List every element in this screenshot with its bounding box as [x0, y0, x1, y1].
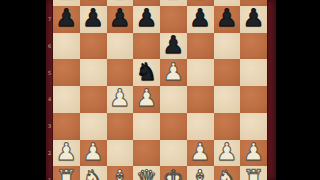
square-e4[interactable]	[160, 86, 187, 113]
piece-white-bishop[interactable]: ♝	[109, 167, 131, 180]
square-h5[interactable]	[240, 59, 267, 86]
square-b2[interactable]: ♟	[80, 140, 107, 167]
piece-white-bishop[interactable]: ♝	[189, 167, 211, 180]
rank-label-4: 4	[46, 95, 53, 103]
square-f6[interactable]	[187, 33, 214, 60]
square-e5[interactable]: ♟	[160, 59, 187, 86]
square-c7[interactable]: ♟	[107, 6, 134, 33]
square-c5[interactable]	[107, 59, 134, 86]
piece-black-knight[interactable]: ♞	[136, 60, 158, 84]
square-g6[interactable]	[214, 33, 241, 60]
square-f7[interactable]: ♟	[187, 6, 214, 33]
square-e2[interactable]	[160, 140, 187, 167]
rank-label-5: 5	[46, 69, 53, 77]
square-d7[interactable]: ♟	[133, 6, 160, 33]
piece-white-pawn[interactable]: ♟	[189, 140, 211, 164]
rank-label-2: 2	[46, 149, 53, 157]
piece-white-pawn[interactable]: ♟	[216, 140, 238, 164]
square-b4[interactable]	[80, 86, 107, 113]
piece-black-rook[interactable]: ♜	[243, 0, 265, 3]
square-f4[interactable]	[187, 86, 214, 113]
piece-black-bishop[interactable]: ♝	[189, 0, 211, 3]
rank-label-3: 3	[46, 122, 53, 130]
piece-black-queen[interactable]: ♛	[136, 0, 158, 3]
piece-black-pawn[interactable]: ♟	[163, 33, 185, 57]
piece-white-pawn[interactable]: ♟	[136, 86, 158, 110]
piece-white-queen[interactable]: ♛	[136, 167, 158, 180]
square-g7[interactable]: ♟	[214, 6, 241, 33]
square-c6[interactable]	[107, 33, 134, 60]
square-b1[interactable]: ♞	[80, 166, 107, 180]
piece-white-knight[interactable]: ♞	[82, 167, 104, 180]
square-g2[interactable]: ♟	[214, 140, 241, 167]
square-a3[interactable]	[53, 113, 80, 140]
piece-black-pawn[interactable]: ♟	[56, 6, 78, 30]
piece-black-pawn[interactable]: ♟	[216, 6, 238, 30]
square-g4[interactable]	[214, 86, 241, 113]
square-d5[interactable]: ♞	[133, 59, 160, 86]
square-c4[interactable]: ♟	[107, 86, 134, 113]
square-d6[interactable]	[133, 33, 160, 60]
square-b5[interactable]	[80, 59, 107, 86]
square-e6[interactable]: ♟	[160, 33, 187, 60]
rank-label-7: 7	[46, 15, 53, 23]
square-a2[interactable]: ♟	[53, 140, 80, 167]
square-b6[interactable]	[80, 33, 107, 60]
piece-black-pawn[interactable]: ♟	[82, 6, 104, 30]
piece-black-knight[interactable]: ♞	[82, 0, 104, 3]
piece-white-knight[interactable]: ♞	[216, 167, 238, 180]
square-a6[interactable]	[53, 33, 80, 60]
piece-white-king[interactable]: ♚	[163, 167, 185, 180]
square-d3[interactable]	[133, 113, 160, 140]
piece-black-pawn[interactable]: ♟	[189, 6, 211, 30]
square-c2[interactable]	[107, 140, 134, 167]
square-e7[interactable]	[160, 6, 187, 33]
piece-white-pawn[interactable]: ♟	[109, 86, 131, 110]
square-g3[interactable]	[214, 113, 241, 140]
square-f1[interactable]: ♝	[187, 166, 214, 180]
square-e1[interactable]: ♚	[160, 166, 187, 180]
square-f5[interactable]	[187, 59, 214, 86]
square-h3[interactable]	[240, 113, 267, 140]
piece-black-rook[interactable]: ♜	[56, 0, 78, 3]
square-c3[interactable]	[107, 113, 134, 140]
video-frame: ♜♞♝♛♚♝♜♟♟♟♟♟♟♟♟♞♟♟♟♟♟♟♟♟♜♞♝♛♚♝♞♜ 8765432…	[0, 0, 320, 180]
square-h2[interactable]: ♟	[240, 140, 267, 167]
square-a1[interactable]: ♜	[53, 166, 80, 180]
square-a4[interactable]	[53, 86, 80, 113]
rank-label-1: 1	[46, 176, 53, 180]
square-h7[interactable]: ♟	[240, 6, 267, 33]
chess-board: ♜♞♝♛♚♝♜♟♟♟♟♟♟♟♟♞♟♟♟♟♟♟♟♟♜♞♝♛♚♝♞♜	[53, 0, 267, 180]
square-d2[interactable]	[133, 140, 160, 167]
piece-white-pawn[interactable]: ♟	[82, 140, 104, 164]
piece-white-rook[interactable]: ♜	[56, 167, 78, 180]
square-h1[interactable]: ♜	[240, 166, 267, 180]
square-b7[interactable]: ♟	[80, 6, 107, 33]
square-f3[interactable]	[187, 113, 214, 140]
square-c1[interactable]: ♝	[107, 166, 134, 180]
letterbox-right	[276, 0, 320, 180]
square-e3[interactable]	[160, 113, 187, 140]
piece-black-pawn[interactable]: ♟	[109, 6, 131, 30]
piece-black-bishop[interactable]: ♝	[109, 0, 131, 3]
piece-black-king[interactable]: ♚	[163, 0, 185, 3]
piece-white-pawn[interactable]: ♟	[243, 140, 265, 164]
square-d1[interactable]: ♛	[133, 166, 160, 180]
square-b3[interactable]	[80, 113, 107, 140]
piece-white-rook[interactable]: ♜	[243, 167, 265, 180]
piece-white-pawn[interactable]: ♟	[163, 60, 185, 84]
piece-black-pawn[interactable]: ♟	[136, 6, 158, 30]
rank-label-6: 6	[46, 42, 53, 50]
piece-black-pawn[interactable]: ♟	[243, 6, 265, 30]
square-g1[interactable]: ♞	[214, 166, 241, 180]
square-f2[interactable]: ♟	[187, 140, 214, 167]
square-a7[interactable]: ♟	[53, 6, 80, 33]
square-h6[interactable]	[240, 33, 267, 60]
piece-white-pawn[interactable]: ♟	[56, 140, 78, 164]
square-d4[interactable]: ♟	[133, 86, 160, 113]
square-a5[interactable]	[53, 59, 80, 86]
square-g5[interactable]	[214, 59, 241, 86]
square-h4[interactable]	[240, 86, 267, 113]
letterbox-left	[0, 0, 46, 180]
